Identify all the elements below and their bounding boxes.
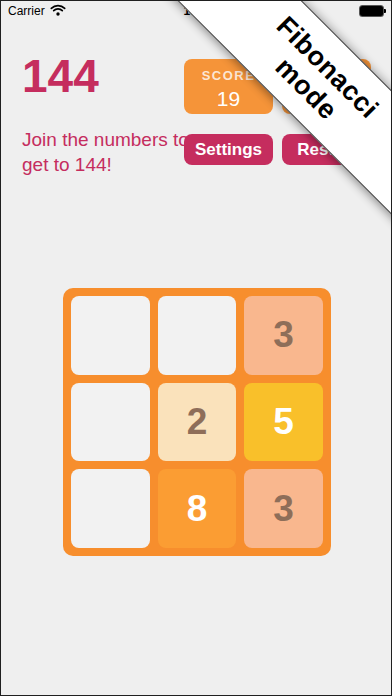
game-board[interactable]: 32583 (63, 288, 331, 556)
score-value: 19 (184, 87, 273, 111)
empty-cell-r0c0 (71, 296, 150, 375)
empty-cell-r0c1 (158, 296, 237, 375)
carrier-label: Carrier (8, 4, 45, 18)
wifi-icon (50, 4, 66, 19)
tile-8-r2c1: 8 (158, 469, 237, 548)
page-title: 144 (22, 51, 99, 102)
tile-3-r2c2: 3 (244, 469, 323, 548)
app-screen: Carrier 1:40 144 Join the numbers to get… (0, 0, 392, 696)
fibonacci-mode-ribbon: Fibonacci mode (166, 0, 392, 229)
battery-icon (360, 6, 383, 16)
tile-2-r1c1: 2 (158, 383, 237, 462)
settings-button[interactable]: Settings (184, 134, 273, 165)
tile-3-r0c2: 3 (244, 296, 323, 375)
tile-5-r1c2: 5 (244, 383, 323, 462)
empty-cell-r2c0 (71, 469, 150, 548)
empty-cell-r1c0 (71, 383, 150, 462)
